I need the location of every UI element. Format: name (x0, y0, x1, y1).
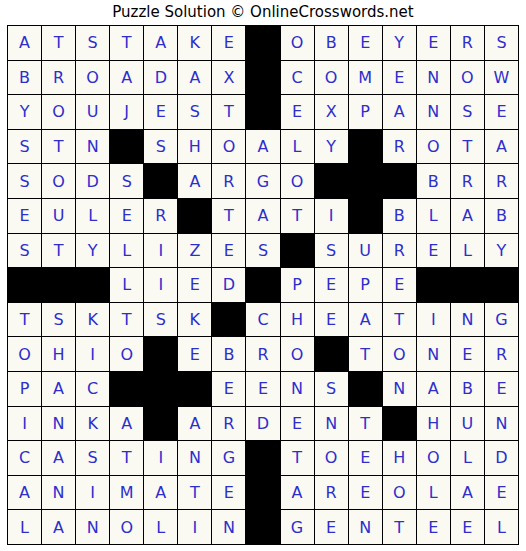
letter-cell-r14c7: E (212, 476, 245, 510)
letter-cell-r7c13: E (417, 234, 450, 268)
letter-cell-r10c4: O (110, 337, 143, 371)
letter-cell-r6c9: T (281, 199, 314, 233)
letter-cell-r10c3: I (76, 337, 109, 371)
letter-cell-r15c14: E (451, 510, 484, 544)
letter-cell-r12c10: N (315, 407, 348, 441)
letter-cell-r4c2: T (42, 130, 75, 164)
letter-cell-r15c15: L (485, 510, 518, 544)
letter-cell-r14c5: A (144, 476, 177, 510)
block-cell-r14c8 (246, 476, 279, 510)
letter-cell-r6c3: L (76, 199, 109, 233)
letter-cell-r2c9: C (281, 61, 314, 95)
letter-cell-r9c4: T (110, 303, 143, 337)
letter-cell-r11c9: N (281, 372, 314, 406)
letter-cell-r6c7: T (212, 199, 245, 233)
letter-cell-r14c4: M (110, 476, 143, 510)
letter-cell-r13c5: I (144, 441, 177, 475)
letter-cell-r4c7: O (212, 130, 245, 164)
letter-cell-r10c12: O (383, 337, 416, 371)
letter-cell-r15c13: E (417, 510, 450, 544)
letter-cell-r2c13: N (417, 61, 450, 95)
letter-cell-r4c13: O (417, 130, 450, 164)
letter-cell-r3c3: U (76, 95, 109, 129)
page-title: Puzzle Solution © OnlineCrosswords.net (0, 2, 526, 22)
letter-cell-r7c6: Z (178, 234, 211, 268)
letter-cell-r7c2: T (42, 234, 75, 268)
letter-cell-r2c2: R (42, 61, 75, 95)
letter-cell-r5c3: D (76, 164, 109, 198)
letter-cell-r2c12: E (383, 61, 416, 95)
letter-cell-r1c9: O (281, 26, 314, 60)
letter-cell-r1c5: A (144, 26, 177, 60)
letter-cell-r2c4: A (110, 61, 143, 95)
letter-cell-r12c14: U (451, 407, 484, 441)
letter-cell-r4c14: T (451, 130, 484, 164)
letter-cell-r14c11: E (349, 476, 382, 510)
block-cell-r5c11 (349, 164, 382, 198)
letter-cell-r6c2: U (42, 199, 75, 233)
letter-cell-r4c3: N (76, 130, 109, 164)
letter-cell-r8c6: E (178, 268, 211, 302)
letter-cell-r6c5: R (144, 199, 177, 233)
letter-cell-r5c7: R (212, 164, 245, 198)
letter-cell-r11c2: A (42, 372, 75, 406)
letter-cell-r11c3: C (76, 372, 109, 406)
block-cell-r8c2 (42, 268, 75, 302)
block-cell-r7c9 (281, 234, 314, 268)
letter-cell-r11c12: N (383, 372, 416, 406)
letter-cell-r12c8: D (246, 407, 279, 441)
letter-cell-r15c2: A (42, 510, 75, 544)
letter-cell-r13c1: C (8, 441, 41, 475)
letter-cell-r14c10: R (315, 476, 348, 510)
letter-cell-r13c15: D (485, 441, 518, 475)
block-cell-r6c6 (178, 199, 211, 233)
letter-cell-r12c2: N (42, 407, 75, 441)
letter-cell-r7c14: L (451, 234, 484, 268)
letter-cell-r10c2: H (42, 337, 75, 371)
block-cell-r11c5 (144, 372, 177, 406)
block-cell-r2c8 (246, 61, 279, 95)
block-cell-r8c14 (451, 268, 484, 302)
letter-cell-r8c5: I (144, 268, 177, 302)
letter-cell-r12c7: R (212, 407, 245, 441)
letter-cell-r5c15: R (485, 164, 518, 198)
letter-cell-r4c10: Y (315, 130, 348, 164)
letter-cell-r14c15: E (485, 476, 518, 510)
letter-cell-r10c7: B (212, 337, 245, 371)
letter-cell-r14c13: L (417, 476, 450, 510)
letter-cell-r15c5: L (144, 510, 177, 544)
letter-cell-r4c8: A (246, 130, 279, 164)
letter-cell-r9c1: T (8, 303, 41, 337)
letter-cell-r13c4: T (110, 441, 143, 475)
block-cell-r1c8 (246, 26, 279, 60)
block-cell-r8c3 (76, 268, 109, 302)
letter-cell-r6c12: B (383, 199, 416, 233)
letter-cell-r12c9: E (281, 407, 314, 441)
letter-cell-r2c5: D (144, 61, 177, 95)
block-cell-r11c11 (349, 372, 382, 406)
block-cell-r5c12 (383, 164, 416, 198)
letter-cell-r4c1: S (8, 130, 41, 164)
letter-cell-r13c6: N (178, 441, 211, 475)
letter-cell-r11c1: P (8, 372, 41, 406)
letter-cell-r11c13: A (417, 372, 450, 406)
letter-cell-r10c11: T (349, 337, 382, 371)
letter-cell-r8c12: E (383, 268, 416, 302)
letter-cell-r3c10: X (315, 95, 348, 129)
letter-cell-r14c3: I (76, 476, 109, 510)
crossword-grid: ATSTAKEOBEYERSBROADAXCOMENOWYOUJESTEXPAN… (7, 25, 519, 545)
letter-cell-r5c9: O (281, 164, 314, 198)
block-cell-r10c10 (315, 337, 348, 371)
block-cell-r11c6 (178, 372, 211, 406)
letter-cell-r13c7: G (212, 441, 245, 475)
letter-cell-r9c2: S (42, 303, 75, 337)
letter-cell-r11c7: E (212, 372, 245, 406)
letter-cell-r3c1: Y (8, 95, 41, 129)
letter-cell-r14c14: A (451, 476, 484, 510)
letter-cell-r2c15: W (485, 61, 518, 95)
letter-cell-r4c9: L (281, 130, 314, 164)
letter-cell-r7c11: U (349, 234, 382, 268)
letter-cell-r10c8: R (246, 337, 279, 371)
letter-cell-r9c8: C (246, 303, 279, 337)
letter-cell-r1c12: Y (383, 26, 416, 60)
letter-cell-r14c1: A (8, 476, 41, 510)
letter-cell-r14c12: O (383, 476, 416, 510)
letter-cell-r12c13: H (417, 407, 450, 441)
letter-cell-r3c7: T (212, 95, 245, 129)
letter-cell-r1c7: E (212, 26, 245, 60)
letter-cell-r5c1: S (8, 164, 41, 198)
block-cell-r3c8 (246, 95, 279, 129)
letter-cell-r6c15: B (485, 199, 518, 233)
letter-cell-r10c14: E (451, 337, 484, 371)
block-cell-r9c7 (212, 303, 245, 337)
block-cell-r12c5 (144, 407, 177, 441)
letter-cell-r14c6: T (178, 476, 211, 510)
letter-cell-r8c10: E (315, 268, 348, 302)
block-cell-r13c8 (246, 441, 279, 475)
letter-cell-r7c8: S (246, 234, 279, 268)
letter-cell-r6c10: I (315, 199, 348, 233)
letter-cell-r1c4: T (110, 26, 143, 60)
letter-cell-r15c12: T (383, 510, 416, 544)
letter-cell-r7c7: E (212, 234, 245, 268)
block-cell-r12c12 (383, 407, 416, 441)
letter-cell-r9c10: E (315, 303, 348, 337)
letter-cell-r12c4: A (110, 407, 143, 441)
letter-cell-r15c10: E (315, 510, 348, 544)
letter-cell-r2c11: M (349, 61, 382, 95)
letter-cell-r15c4: O (110, 510, 143, 544)
letter-cell-r4c5: S (144, 130, 177, 164)
letter-cell-r1c6: K (178, 26, 211, 60)
letter-cell-r4c6: H (178, 130, 211, 164)
letter-cell-r2c1: B (8, 61, 41, 95)
letter-cell-r12c15: N (485, 407, 518, 441)
block-cell-r4c11 (349, 130, 382, 164)
letter-cell-r11c14: B (451, 372, 484, 406)
letter-cell-r13c12: H (383, 441, 416, 475)
letter-cell-r14c2: N (42, 476, 75, 510)
letter-cell-r15c6: I (178, 510, 211, 544)
letter-cell-r7c10: S (315, 234, 348, 268)
letter-cell-r5c6: A (178, 164, 211, 198)
letter-cell-r3c12: A (383, 95, 416, 129)
letter-cell-r9c5: S (144, 303, 177, 337)
letter-cell-r12c1: I (8, 407, 41, 441)
block-cell-r4c4 (110, 130, 143, 164)
block-cell-r5c5 (144, 164, 177, 198)
letter-cell-r3c9: E (281, 95, 314, 129)
letter-cell-r15c1: L (8, 510, 41, 544)
letter-cell-r15c11: N (349, 510, 382, 544)
letter-cell-r9c11: A (349, 303, 382, 337)
letter-cell-r7c12: R (383, 234, 416, 268)
letter-cell-r15c3: N (76, 510, 109, 544)
letter-cell-r11c8: E (246, 372, 279, 406)
letter-cell-r2c3: O (76, 61, 109, 95)
block-cell-r11c4 (110, 372, 143, 406)
letter-cell-r10c6: E (178, 337, 211, 371)
letter-cell-r6c4: E (110, 199, 143, 233)
letter-cell-r1c14: R (451, 26, 484, 60)
block-cell-r6c11 (349, 199, 382, 233)
block-cell-r5c10 (315, 164, 348, 198)
letter-cell-r11c15: E (485, 372, 518, 406)
letter-cell-r7c15: Y (485, 234, 518, 268)
letter-cell-r9c3: K (76, 303, 109, 337)
letter-cell-r5c13: B (417, 164, 450, 198)
letter-cell-r3c11: P (349, 95, 382, 129)
letter-cell-r14c9: A (281, 476, 314, 510)
block-cell-r8c8 (246, 268, 279, 302)
letter-cell-r13c3: S (76, 441, 109, 475)
letter-cell-r6c13: L (417, 199, 450, 233)
block-cell-r10c5 (144, 337, 177, 371)
letter-cell-r13c2: A (42, 441, 75, 475)
letter-cell-r3c15: E (485, 95, 518, 129)
letter-cell-r3c2: O (42, 95, 75, 129)
letter-cell-r11c10: S (315, 372, 348, 406)
letter-cell-r3c5: E (144, 95, 177, 129)
block-cell-r8c13 (417, 268, 450, 302)
block-cell-r8c1 (8, 268, 41, 302)
letter-cell-r15c7: N (212, 510, 245, 544)
letter-cell-r9c9: H (281, 303, 314, 337)
letter-cell-r12c3: K (76, 407, 109, 441)
letter-cell-r2c10: O (315, 61, 348, 95)
letter-cell-r13c11: E (349, 441, 382, 475)
letter-cell-r3c13: N (417, 95, 450, 129)
letter-cell-r8c11: P (349, 268, 382, 302)
letter-cell-r8c4: L (110, 268, 143, 302)
letter-cell-r1c11: E (349, 26, 382, 60)
letter-cell-r2c14: O (451, 61, 484, 95)
letter-cell-r12c6: A (178, 407, 211, 441)
letter-cell-r8c9: P (281, 268, 314, 302)
letter-cell-r10c15: R (485, 337, 518, 371)
letter-cell-r7c4: L (110, 234, 143, 268)
letter-cell-r9c13: I (417, 303, 450, 337)
letter-cell-r9c15: G (485, 303, 518, 337)
letter-cell-r6c14: A (451, 199, 484, 233)
letter-cell-r6c8: A (246, 199, 279, 233)
letter-cell-r1c3: S (76, 26, 109, 60)
letter-cell-r4c12: R (383, 130, 416, 164)
letter-cell-r1c13: E (417, 26, 450, 60)
letter-cell-r10c9: O (281, 337, 314, 371)
letter-cell-r1c1: A (8, 26, 41, 60)
letter-cell-r3c4: J (110, 95, 143, 129)
letter-cell-r9c12: T (383, 303, 416, 337)
letter-cell-r5c8: G (246, 164, 279, 198)
letter-cell-r7c1: S (8, 234, 41, 268)
letter-cell-r12c11: T (349, 407, 382, 441)
letter-cell-r13c13: O (417, 441, 450, 475)
letter-cell-r7c5: I (144, 234, 177, 268)
letter-cell-r13c14: L (451, 441, 484, 475)
block-cell-r15c8 (246, 510, 279, 544)
letter-cell-r13c9: T (281, 441, 314, 475)
letter-cell-r10c13: N (417, 337, 450, 371)
letter-cell-r2c7: X (212, 61, 245, 95)
letter-cell-r5c14: R (451, 164, 484, 198)
letter-cell-r1c10: B (315, 26, 348, 60)
letter-cell-r10c1: O (8, 337, 41, 371)
letter-cell-r15c9: G (281, 510, 314, 544)
letter-cell-r2c6: A (178, 61, 211, 95)
letter-cell-r1c2: T (42, 26, 75, 60)
letter-cell-r9c6: K (178, 303, 211, 337)
letter-cell-r7c3: Y (76, 234, 109, 268)
letter-cell-r4c15: A (485, 130, 518, 164)
letter-cell-r6c1: E (8, 199, 41, 233)
letter-cell-r9c14: N (451, 303, 484, 337)
block-cell-r8c15 (485, 268, 518, 302)
letter-cell-r1c15: S (485, 26, 518, 60)
letter-cell-r5c4: S (110, 164, 143, 198)
letter-cell-r3c6: S (178, 95, 211, 129)
letter-cell-r3c14: S (451, 95, 484, 129)
letter-cell-r13c10: O (315, 441, 348, 475)
letter-cell-r8c7: D (212, 268, 245, 302)
letter-cell-r5c2: O (42, 164, 75, 198)
